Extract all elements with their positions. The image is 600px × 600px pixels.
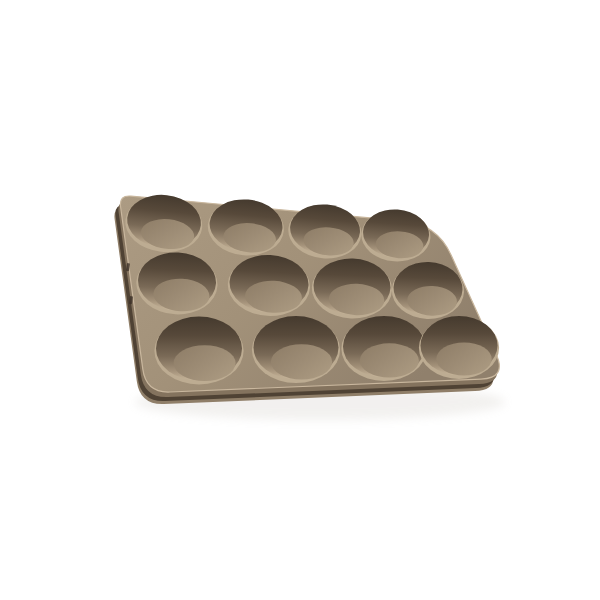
- muffin-cup-r3c4: [419, 316, 499, 379]
- cup-floor: [174, 345, 236, 381]
- cup-floor: [271, 344, 332, 379]
- pan-group: [114, 191, 505, 420]
- product-photo: [0, 0, 600, 600]
- muffin-cup-r3c2: [252, 316, 340, 383]
- muffin-cup-r3c1: [154, 317, 243, 385]
- muffin-cup-r3c3: [341, 316, 426, 381]
- cup-floor: [360, 343, 419, 377]
- muffin-pan-image: [0, 0, 600, 600]
- cup-floor: [436, 342, 491, 375]
